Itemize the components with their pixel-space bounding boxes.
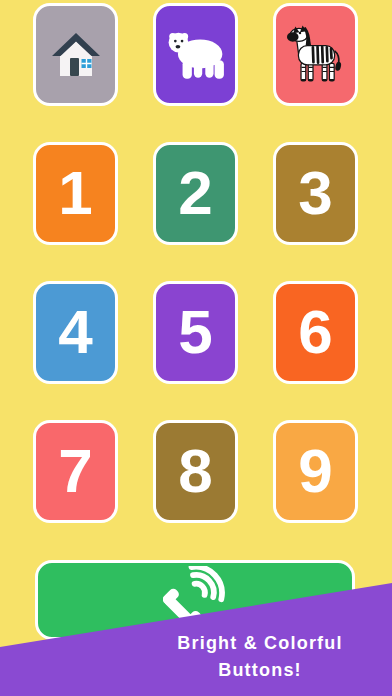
screen: 1 2 3 4 5 6 7 8 9: [0, 0, 392, 696]
promo-line-1: Bright & Colorful: [150, 630, 370, 657]
key-4-label: 4: [58, 301, 92, 363]
key-7[interactable]: 7: [33, 420, 118, 523]
key-8[interactable]: 8: [153, 420, 238, 523]
key-2-label: 2: [178, 162, 212, 224]
key-3-label: 3: [298, 162, 332, 224]
key-6[interactable]: 6: [273, 281, 358, 384]
key-2[interactable]: 2: [153, 142, 238, 245]
key-5-label: 5: [178, 301, 212, 363]
polar-bear-button[interactable]: [153, 3, 238, 106]
key-3[interactable]: 3: [273, 142, 358, 245]
key-9-label: 9: [298, 440, 332, 502]
key-4[interactable]: 4: [33, 281, 118, 384]
key-7-label: 7: [58, 440, 92, 502]
promo-line-2: Buttons!: [150, 657, 370, 684]
key-1-label: 1: [58, 162, 92, 224]
key-5[interactable]: 5: [153, 281, 238, 384]
home-button[interactable]: [33, 3, 118, 106]
key-9[interactable]: 9: [273, 420, 358, 523]
zebra-icon: [285, 24, 347, 86]
zebra-button[interactable]: [273, 3, 358, 106]
house-icon: [51, 32, 101, 78]
button-grid: 1 2 3 4 5 6 7 8 9: [33, 3, 358, 523]
key-6-label: 6: [298, 301, 332, 363]
promo-banner-text: Bright & Colorful Buttons!: [150, 630, 370, 684]
key-1[interactable]: 1: [33, 142, 118, 245]
key-8-label: 8: [178, 440, 212, 502]
polar-bear-icon: [165, 29, 227, 81]
